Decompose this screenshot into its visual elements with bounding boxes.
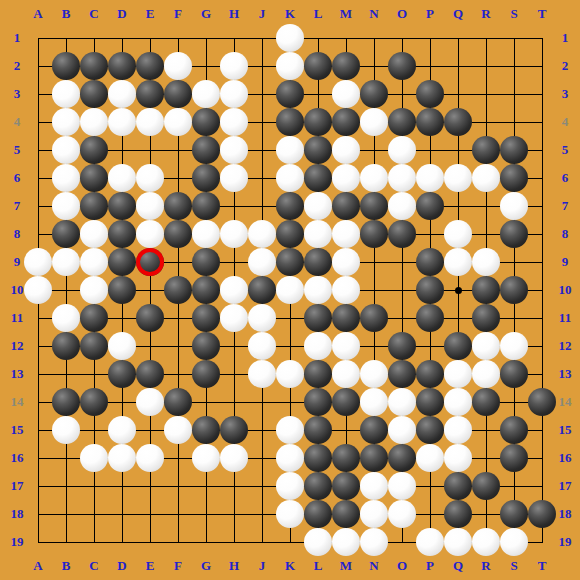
intersection-M8[interactable] xyxy=(332,220,360,248)
intersection-T15[interactable] xyxy=(528,416,556,444)
intersection-J11[interactable] xyxy=(248,304,276,332)
intersection-D6[interactable] xyxy=(108,164,136,192)
intersection-O2[interactable] xyxy=(388,52,416,80)
intersection-G11[interactable] xyxy=(192,304,220,332)
intersection-N13[interactable] xyxy=(360,360,388,388)
intersection-K18[interactable] xyxy=(276,500,304,528)
intersection-G8[interactable] xyxy=(192,220,220,248)
intersection-G18[interactable] xyxy=(192,500,220,528)
intersection-D18[interactable] xyxy=(108,500,136,528)
intersection-N1[interactable] xyxy=(360,24,388,52)
intersection-G14[interactable] xyxy=(192,388,220,416)
intersection-B14[interactable] xyxy=(52,388,80,416)
intersection-C14[interactable] xyxy=(80,388,108,416)
intersection-N2[interactable] xyxy=(360,52,388,80)
intersection-B15[interactable] xyxy=(52,416,80,444)
intersection-F19[interactable] xyxy=(164,528,192,556)
intersection-J19[interactable] xyxy=(248,528,276,556)
intersection-A17[interactable] xyxy=(24,472,52,500)
intersection-H19[interactable] xyxy=(220,528,248,556)
intersection-R16[interactable] xyxy=(472,444,500,472)
intersection-R10[interactable] xyxy=(472,276,500,304)
intersection-P5[interactable] xyxy=(416,136,444,164)
intersection-Q5[interactable] xyxy=(444,136,472,164)
intersection-D1[interactable] xyxy=(108,24,136,52)
intersection-J16[interactable] xyxy=(248,444,276,472)
intersection-F3[interactable] xyxy=(164,80,192,108)
intersection-A7[interactable] xyxy=(24,192,52,220)
intersection-S13[interactable] xyxy=(500,360,528,388)
intersection-S17[interactable] xyxy=(500,472,528,500)
intersection-O9[interactable] xyxy=(388,248,416,276)
intersection-B18[interactable] xyxy=(52,500,80,528)
intersection-R17[interactable] xyxy=(472,472,500,500)
intersection-N11[interactable] xyxy=(360,304,388,332)
intersection-G1[interactable] xyxy=(192,24,220,52)
intersection-B17[interactable] xyxy=(52,472,80,500)
intersection-C6[interactable] xyxy=(80,164,108,192)
intersection-T18[interactable] xyxy=(528,500,556,528)
intersection-F1[interactable] xyxy=(164,24,192,52)
intersection-Q6[interactable] xyxy=(444,164,472,192)
intersection-J14[interactable] xyxy=(248,388,276,416)
intersection-D11[interactable] xyxy=(108,304,136,332)
intersection-M4[interactable] xyxy=(332,108,360,136)
intersection-S11[interactable] xyxy=(500,304,528,332)
intersection-Q8[interactable] xyxy=(444,220,472,248)
intersection-A11[interactable] xyxy=(24,304,52,332)
intersection-M5[interactable] xyxy=(332,136,360,164)
intersection-C8[interactable] xyxy=(80,220,108,248)
intersection-H14[interactable] xyxy=(220,388,248,416)
intersection-S3[interactable] xyxy=(500,80,528,108)
intersection-E3[interactable] xyxy=(136,80,164,108)
intersection-S15[interactable] xyxy=(500,416,528,444)
intersection-S6[interactable] xyxy=(500,164,528,192)
intersection-M6[interactable] xyxy=(332,164,360,192)
intersection-F16[interactable] xyxy=(164,444,192,472)
intersection-A14[interactable] xyxy=(24,388,52,416)
intersection-P11[interactable] xyxy=(416,304,444,332)
intersection-T2[interactable] xyxy=(528,52,556,80)
intersection-E17[interactable] xyxy=(136,472,164,500)
intersection-E4[interactable] xyxy=(136,108,164,136)
intersection-Q16[interactable] xyxy=(444,444,472,472)
intersection-J1[interactable] xyxy=(248,24,276,52)
intersection-N19[interactable] xyxy=(360,528,388,556)
intersection-G7[interactable] xyxy=(192,192,220,220)
intersection-L8[interactable] xyxy=(304,220,332,248)
intersection-H12[interactable] xyxy=(220,332,248,360)
intersection-M17[interactable] xyxy=(332,472,360,500)
intersection-Q17[interactable] xyxy=(444,472,472,500)
intersection-O10[interactable] xyxy=(388,276,416,304)
intersection-E9[interactable] xyxy=(136,248,164,276)
intersection-O8[interactable] xyxy=(388,220,416,248)
intersection-H18[interactable] xyxy=(220,500,248,528)
intersection-A16[interactable] xyxy=(24,444,52,472)
intersection-T10[interactable] xyxy=(528,276,556,304)
intersection-Q4[interactable] xyxy=(444,108,472,136)
intersection-F5[interactable] xyxy=(164,136,192,164)
intersection-H3[interactable] xyxy=(220,80,248,108)
intersection-L3[interactable] xyxy=(304,80,332,108)
intersection-N14[interactable] xyxy=(360,388,388,416)
intersection-P9[interactable] xyxy=(416,248,444,276)
intersection-O3[interactable] xyxy=(388,80,416,108)
intersection-H6[interactable] xyxy=(220,164,248,192)
intersection-H13[interactable] xyxy=(220,360,248,388)
intersection-R2[interactable] xyxy=(472,52,500,80)
intersection-N15[interactable] xyxy=(360,416,388,444)
intersection-N8[interactable] xyxy=(360,220,388,248)
intersection-J4[interactable] xyxy=(248,108,276,136)
intersection-H10[interactable] xyxy=(220,276,248,304)
intersection-S9[interactable] xyxy=(500,248,528,276)
intersection-H1[interactable] xyxy=(220,24,248,52)
intersection-A18[interactable] xyxy=(24,500,52,528)
intersection-R1[interactable] xyxy=(472,24,500,52)
intersection-O5[interactable] xyxy=(388,136,416,164)
intersection-A4[interactable] xyxy=(24,108,52,136)
intersection-H16[interactable] xyxy=(220,444,248,472)
intersection-K7[interactable] xyxy=(276,192,304,220)
intersection-O6[interactable] xyxy=(388,164,416,192)
intersection-Q13[interactable] xyxy=(444,360,472,388)
intersection-L6[interactable] xyxy=(304,164,332,192)
intersection-J5[interactable] xyxy=(248,136,276,164)
intersection-L9[interactable] xyxy=(304,248,332,276)
intersection-D14[interactable] xyxy=(108,388,136,416)
intersection-R18[interactable] xyxy=(472,500,500,528)
intersection-L13[interactable] xyxy=(304,360,332,388)
intersection-R8[interactable] xyxy=(472,220,500,248)
intersection-K17[interactable] xyxy=(276,472,304,500)
intersection-K8[interactable] xyxy=(276,220,304,248)
intersection-A3[interactable] xyxy=(24,80,52,108)
intersection-C7[interactable] xyxy=(80,192,108,220)
intersection-G2[interactable] xyxy=(192,52,220,80)
intersection-F11[interactable] xyxy=(164,304,192,332)
intersection-T7[interactable] xyxy=(528,192,556,220)
intersection-R4[interactable] xyxy=(472,108,500,136)
intersection-E1[interactable] xyxy=(136,24,164,52)
intersection-D19[interactable] xyxy=(108,528,136,556)
intersection-M15[interactable] xyxy=(332,416,360,444)
intersection-E18[interactable] xyxy=(136,500,164,528)
intersection-N7[interactable] xyxy=(360,192,388,220)
intersection-T4[interactable] xyxy=(528,108,556,136)
intersection-S16[interactable] xyxy=(500,444,528,472)
intersection-T13[interactable] xyxy=(528,360,556,388)
intersection-N17[interactable] xyxy=(360,472,388,500)
intersection-R7[interactable] xyxy=(472,192,500,220)
intersection-O15[interactable] xyxy=(388,416,416,444)
intersection-M18[interactable] xyxy=(332,500,360,528)
intersection-G15[interactable] xyxy=(192,416,220,444)
intersection-S10[interactable] xyxy=(500,276,528,304)
intersection-O14[interactable] xyxy=(388,388,416,416)
intersection-A10[interactable] xyxy=(24,276,52,304)
intersection-K2[interactable] xyxy=(276,52,304,80)
intersection-M7[interactable] xyxy=(332,192,360,220)
intersection-K13[interactable] xyxy=(276,360,304,388)
intersection-P13[interactable] xyxy=(416,360,444,388)
intersection-G13[interactable] xyxy=(192,360,220,388)
intersection-D17[interactable] xyxy=(108,472,136,500)
intersection-G17[interactable] xyxy=(192,472,220,500)
intersection-P7[interactable] xyxy=(416,192,444,220)
intersection-P18[interactable] xyxy=(416,500,444,528)
intersection-D8[interactable] xyxy=(108,220,136,248)
intersection-D12[interactable] xyxy=(108,332,136,360)
intersection-C16[interactable] xyxy=(80,444,108,472)
intersection-L5[interactable] xyxy=(304,136,332,164)
intersection-F15[interactable] xyxy=(164,416,192,444)
intersection-A8[interactable] xyxy=(24,220,52,248)
intersection-O17[interactable] xyxy=(388,472,416,500)
intersection-G10[interactable] xyxy=(192,276,220,304)
intersection-P16[interactable] xyxy=(416,444,444,472)
intersection-E5[interactable] xyxy=(136,136,164,164)
intersection-S5[interactable] xyxy=(500,136,528,164)
intersection-H4[interactable] xyxy=(220,108,248,136)
intersection-Q19[interactable] xyxy=(444,528,472,556)
intersection-K11[interactable] xyxy=(276,304,304,332)
intersection-T9[interactable] xyxy=(528,248,556,276)
intersection-C2[interactable] xyxy=(80,52,108,80)
intersection-Q1[interactable] xyxy=(444,24,472,52)
intersection-P6[interactable] xyxy=(416,164,444,192)
intersection-O1[interactable] xyxy=(388,24,416,52)
intersection-L10[interactable] xyxy=(304,276,332,304)
intersection-H5[interactable] xyxy=(220,136,248,164)
intersection-A13[interactable] xyxy=(24,360,52,388)
intersection-Q11[interactable] xyxy=(444,304,472,332)
intersection-G6[interactable] xyxy=(192,164,220,192)
intersection-Q18[interactable] xyxy=(444,500,472,528)
intersection-O13[interactable] xyxy=(388,360,416,388)
intersection-E19[interactable] xyxy=(136,528,164,556)
intersection-P19[interactable] xyxy=(416,528,444,556)
intersection-O4[interactable] xyxy=(388,108,416,136)
intersection-S12[interactable] xyxy=(500,332,528,360)
intersection-H17[interactable] xyxy=(220,472,248,500)
intersection-G5[interactable] xyxy=(192,136,220,164)
intersection-N10[interactable] xyxy=(360,276,388,304)
intersection-C10[interactable] xyxy=(80,276,108,304)
intersection-D2[interactable] xyxy=(108,52,136,80)
intersection-J8[interactable] xyxy=(248,220,276,248)
intersection-L17[interactable] xyxy=(304,472,332,500)
intersection-A1[interactable] xyxy=(24,24,52,52)
intersection-B2[interactable] xyxy=(52,52,80,80)
intersection-T12[interactable] xyxy=(528,332,556,360)
intersection-P12[interactable] xyxy=(416,332,444,360)
intersection-B12[interactable] xyxy=(52,332,80,360)
intersection-F12[interactable] xyxy=(164,332,192,360)
intersection-A15[interactable] xyxy=(24,416,52,444)
intersection-M10[interactable] xyxy=(332,276,360,304)
intersection-E2[interactable] xyxy=(136,52,164,80)
intersection-C11[interactable] xyxy=(80,304,108,332)
intersection-B5[interactable] xyxy=(52,136,80,164)
intersection-P1[interactable] xyxy=(416,24,444,52)
intersection-D15[interactable] xyxy=(108,416,136,444)
intersection-K19[interactable] xyxy=(276,528,304,556)
intersection-S7[interactable] xyxy=(500,192,528,220)
intersection-N3[interactable] xyxy=(360,80,388,108)
intersection-F4[interactable] xyxy=(164,108,192,136)
intersection-A19[interactable] xyxy=(24,528,52,556)
intersection-M12[interactable] xyxy=(332,332,360,360)
intersection-M16[interactable] xyxy=(332,444,360,472)
intersection-G3[interactable] xyxy=(192,80,220,108)
intersection-Q9[interactable] xyxy=(444,248,472,276)
intersection-O12[interactable] xyxy=(388,332,416,360)
intersection-L15[interactable] xyxy=(304,416,332,444)
intersection-F2[interactable] xyxy=(164,52,192,80)
intersection-R6[interactable] xyxy=(472,164,500,192)
intersection-S8[interactable] xyxy=(500,220,528,248)
intersection-P2[interactable] xyxy=(416,52,444,80)
intersection-A6[interactable] xyxy=(24,164,52,192)
intersection-S18[interactable] xyxy=(500,500,528,528)
intersection-R3[interactable] xyxy=(472,80,500,108)
intersection-Q12[interactable] xyxy=(444,332,472,360)
intersection-F8[interactable] xyxy=(164,220,192,248)
intersection-C12[interactable] xyxy=(80,332,108,360)
intersection-E13[interactable] xyxy=(136,360,164,388)
intersection-E12[interactable] xyxy=(136,332,164,360)
intersection-D10[interactable] xyxy=(108,276,136,304)
intersection-L1[interactable] xyxy=(304,24,332,52)
intersection-T6[interactable] xyxy=(528,164,556,192)
intersection-P4[interactable] xyxy=(416,108,444,136)
intersection-T17[interactable] xyxy=(528,472,556,500)
intersection-F17[interactable] xyxy=(164,472,192,500)
intersection-T8[interactable] xyxy=(528,220,556,248)
intersection-C1[interactable] xyxy=(80,24,108,52)
intersection-H15[interactable] xyxy=(220,416,248,444)
intersection-K14[interactable] xyxy=(276,388,304,416)
intersection-N5[interactable] xyxy=(360,136,388,164)
intersection-K4[interactable] xyxy=(276,108,304,136)
intersection-R13[interactable] xyxy=(472,360,500,388)
intersection-M9[interactable] xyxy=(332,248,360,276)
intersection-H7[interactable] xyxy=(220,192,248,220)
intersection-P17[interactable] xyxy=(416,472,444,500)
intersection-A9[interactable] xyxy=(24,248,52,276)
intersection-O7[interactable] xyxy=(388,192,416,220)
intersection-P15[interactable] xyxy=(416,416,444,444)
intersection-C5[interactable] xyxy=(80,136,108,164)
intersection-B13[interactable] xyxy=(52,360,80,388)
intersection-D16[interactable] xyxy=(108,444,136,472)
intersection-Q10[interactable] xyxy=(444,276,472,304)
intersection-L11[interactable] xyxy=(304,304,332,332)
intersection-E6[interactable] xyxy=(136,164,164,192)
intersection-K6[interactable] xyxy=(276,164,304,192)
intersection-J10[interactable] xyxy=(248,276,276,304)
intersection-F13[interactable] xyxy=(164,360,192,388)
intersection-E14[interactable] xyxy=(136,388,164,416)
intersection-K10[interactable] xyxy=(276,276,304,304)
intersection-R19[interactable] xyxy=(472,528,500,556)
intersection-C15[interactable] xyxy=(80,416,108,444)
intersection-M3[interactable] xyxy=(332,80,360,108)
intersection-A12[interactable] xyxy=(24,332,52,360)
intersection-B19[interactable] xyxy=(52,528,80,556)
intersection-J17[interactable] xyxy=(248,472,276,500)
intersection-G16[interactable] xyxy=(192,444,220,472)
intersection-B16[interactable] xyxy=(52,444,80,472)
intersection-J2[interactable] xyxy=(248,52,276,80)
intersection-L14[interactable] xyxy=(304,388,332,416)
intersection-D4[interactable] xyxy=(108,108,136,136)
intersection-A5[interactable] xyxy=(24,136,52,164)
intersection-O18[interactable] xyxy=(388,500,416,528)
intersection-R9[interactable] xyxy=(472,248,500,276)
intersection-S2[interactable] xyxy=(500,52,528,80)
intersection-F10[interactable] xyxy=(164,276,192,304)
intersection-J13[interactable] xyxy=(248,360,276,388)
intersection-E8[interactable] xyxy=(136,220,164,248)
intersection-M2[interactable] xyxy=(332,52,360,80)
intersection-L16[interactable] xyxy=(304,444,332,472)
intersection-K15[interactable] xyxy=(276,416,304,444)
intersection-O16[interactable] xyxy=(388,444,416,472)
intersection-M13[interactable] xyxy=(332,360,360,388)
intersection-P8[interactable] xyxy=(416,220,444,248)
intersection-G19[interactable] xyxy=(192,528,220,556)
intersection-M1[interactable] xyxy=(332,24,360,52)
intersection-N16[interactable] xyxy=(360,444,388,472)
intersection-E11[interactable] xyxy=(136,304,164,332)
intersection-D5[interactable] xyxy=(108,136,136,164)
intersection-B4[interactable] xyxy=(52,108,80,136)
intersection-J7[interactable] xyxy=(248,192,276,220)
intersection-C9[interactable] xyxy=(80,248,108,276)
intersection-D7[interactable] xyxy=(108,192,136,220)
intersection-T11[interactable] xyxy=(528,304,556,332)
intersection-P14[interactable] xyxy=(416,388,444,416)
intersection-C17[interactable] xyxy=(80,472,108,500)
intersection-Q7[interactable] xyxy=(444,192,472,220)
intersection-S14[interactable] xyxy=(500,388,528,416)
intersection-N6[interactable] xyxy=(360,164,388,192)
intersection-D9[interactable] xyxy=(108,248,136,276)
intersection-Q3[interactable] xyxy=(444,80,472,108)
intersection-G4[interactable] xyxy=(192,108,220,136)
intersection-T14[interactable] xyxy=(528,388,556,416)
intersection-B8[interactable] xyxy=(52,220,80,248)
intersection-K1[interactable] xyxy=(276,24,304,52)
intersection-N4[interactable] xyxy=(360,108,388,136)
intersection-E16[interactable] xyxy=(136,444,164,472)
intersection-M14[interactable] xyxy=(332,388,360,416)
intersection-F14[interactable] xyxy=(164,388,192,416)
intersection-D13[interactable] xyxy=(108,360,136,388)
intersection-K9[interactable] xyxy=(276,248,304,276)
intersection-D3[interactable] xyxy=(108,80,136,108)
intersection-S4[interactable] xyxy=(500,108,528,136)
intersection-J12[interactable] xyxy=(248,332,276,360)
intersection-J18[interactable] xyxy=(248,500,276,528)
intersection-B7[interactable] xyxy=(52,192,80,220)
intersection-B1[interactable] xyxy=(52,24,80,52)
intersection-E10[interactable] xyxy=(136,276,164,304)
